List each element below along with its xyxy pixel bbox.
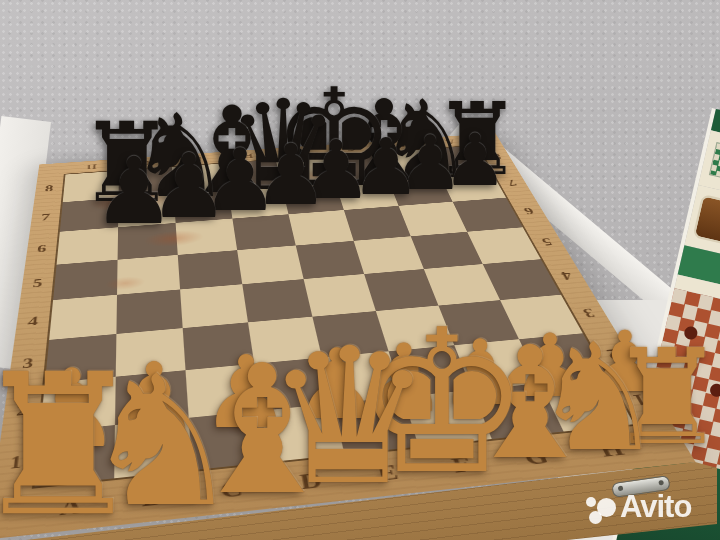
square-d5 xyxy=(237,245,304,284)
square-c1 xyxy=(189,410,269,470)
avito-logo-icon xyxy=(580,489,616,525)
square-d8 xyxy=(224,160,282,190)
coordinate-label: 4 xyxy=(559,268,576,282)
square-c7 xyxy=(174,190,233,223)
coordinate-label: D xyxy=(295,148,306,155)
coordinate-label: 2 xyxy=(603,345,622,362)
square-b8 xyxy=(119,167,174,198)
square-b6 xyxy=(118,223,178,260)
coordinate-label: E xyxy=(244,152,254,160)
coordinate-label: A xyxy=(444,138,456,145)
square-c2 xyxy=(186,364,262,418)
square-e8 xyxy=(276,156,335,186)
coordinate-label: 7 xyxy=(41,211,51,223)
square-c6 xyxy=(176,219,238,255)
square-a2 xyxy=(40,377,116,432)
square-b7 xyxy=(118,194,176,227)
coordinate-label: G xyxy=(141,159,151,167)
coordinate-label: F xyxy=(194,155,202,163)
coordinate-label: 6 xyxy=(522,205,537,216)
coordinate-label: 8 xyxy=(44,183,54,194)
coordinate-label: F xyxy=(448,451,474,478)
square-d1 xyxy=(261,403,344,462)
square-b3 xyxy=(116,328,186,377)
coordinate-label: E xyxy=(374,459,401,486)
square-d6 xyxy=(232,214,295,250)
coordinate-label: B xyxy=(395,141,406,148)
coordinate-label: 7 xyxy=(505,177,519,187)
coordinate-label: 3 xyxy=(580,305,598,320)
box-chessboard-art xyxy=(709,142,720,186)
square-c4 xyxy=(180,284,248,328)
square-a1 xyxy=(35,425,115,487)
coordinate-label: 6 xyxy=(36,242,47,255)
coordinate-label: 4 xyxy=(27,313,39,328)
square-b2 xyxy=(115,370,189,424)
coordinate-label: C xyxy=(345,145,356,152)
coordinate-label: G xyxy=(519,443,552,470)
listing-photo: ABCDEFGH HGFEDCBA 87654321 87654321 ♜♞♝♛… xyxy=(0,0,720,540)
square-d2 xyxy=(254,358,332,411)
square-d7 xyxy=(228,186,288,219)
coordinate-label: 2 xyxy=(15,401,28,420)
coordinate-label: A xyxy=(59,492,83,521)
square-a8 xyxy=(63,171,119,202)
square-b5 xyxy=(117,255,180,295)
coordinate-label: H xyxy=(86,162,96,170)
box-photo-art xyxy=(693,194,720,251)
coordinate-label: 1 xyxy=(9,452,23,473)
coordinate-label: B xyxy=(142,483,163,512)
square-d3 xyxy=(248,316,322,363)
square-e7 xyxy=(282,182,344,214)
square-h8 xyxy=(427,146,490,175)
square-b4 xyxy=(116,289,182,333)
square-a5 xyxy=(53,259,118,300)
square-c5 xyxy=(178,250,243,290)
square-c3 xyxy=(183,322,255,370)
coordinate-label: 3 xyxy=(22,355,35,372)
square-e5 xyxy=(296,241,364,280)
coordinate-label: D xyxy=(298,467,325,495)
square-a3 xyxy=(45,334,117,384)
square-c8 xyxy=(172,163,228,193)
coordinate-label: H xyxy=(594,436,628,462)
avito-watermark-text: Avito xyxy=(620,489,691,525)
coordinate-label: 5 xyxy=(32,276,43,290)
coordinate-label: C xyxy=(219,475,244,503)
coordinate-label: 8 xyxy=(490,151,503,161)
square-a7 xyxy=(60,198,119,232)
square-e4 xyxy=(304,274,376,316)
square-b1 xyxy=(114,417,192,478)
square-e6 xyxy=(288,210,353,245)
coordinate-label: 5 xyxy=(539,235,554,247)
avito-watermark: Avito xyxy=(580,489,691,525)
square-a6 xyxy=(57,227,118,264)
coordinate-label: 1 xyxy=(630,390,651,408)
square-d4 xyxy=(242,279,312,322)
square-a4 xyxy=(49,295,117,340)
